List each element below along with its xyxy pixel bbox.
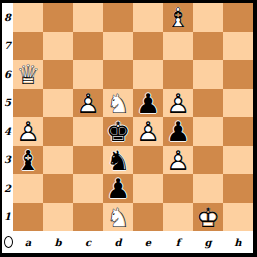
file-label-d: d	[103, 237, 133, 248]
black-piece-glyph: ♟	[136, 89, 160, 116]
board-row: 87654321 ♝♗♛♕♟♙♞♘♟♟♙♟♙♚♟♙♟♝♞♟♙♟♞♘♚♔	[2, 3, 253, 231]
rank-label-3: 3	[2, 146, 13, 175]
square-b8[interactable]	[43, 3, 73, 32]
piece-black-bishop-a3[interactable]: ♝	[13, 146, 43, 175]
square-d7[interactable]	[103, 32, 133, 61]
black-piece-glyph: ♟	[166, 118, 190, 145]
rank-label-1: 1	[2, 203, 13, 232]
piece-black-king-d4[interactable]: ♚	[103, 117, 133, 146]
rank-label-7: 7	[2, 32, 13, 61]
square-c2[interactable]	[73, 174, 103, 203]
bottom-row: abcdefgh	[2, 231, 253, 253]
square-b4[interactable]	[43, 117, 73, 146]
square-c6[interactable]	[73, 60, 103, 89]
square-h7[interactable]	[223, 32, 253, 61]
square-d4[interactable]: ♚	[103, 117, 133, 146]
white-piece-outline: ♙	[76, 89, 100, 116]
rank-label-5: 5	[2, 89, 13, 118]
square-b3[interactable]	[43, 146, 73, 175]
square-h3[interactable]	[223, 146, 253, 175]
piece-black-pawn-f4[interactable]: ♟	[163, 117, 193, 146]
file-label-c: c	[73, 237, 103, 248]
white-piece-outline: ♘	[106, 89, 130, 116]
square-g1[interactable]: ♚♔	[193, 203, 223, 232]
square-d3[interactable]: ♞	[103, 146, 133, 175]
square-d6[interactable]	[103, 60, 133, 89]
piece-black-pawn-d2[interactable]: ♟	[103, 174, 133, 203]
square-d1[interactable]: ♞♘	[103, 203, 133, 232]
square-a8[interactable]	[13, 3, 43, 32]
square-b7[interactable]	[43, 32, 73, 61]
piece-white-knight-d5[interactable]: ♞♘	[103, 89, 133, 118]
white-piece-outline: ♗	[166, 4, 190, 31]
white-piece-outline: ♙	[136, 118, 160, 145]
file-label-a: a	[13, 237, 43, 248]
white-piece-outline: ♙	[166, 89, 190, 116]
file-label-f: f	[163, 237, 193, 248]
square-c7[interactable]	[73, 32, 103, 61]
square-g6[interactable]	[193, 60, 223, 89]
piece-black-knight-d3[interactable]: ♞	[103, 146, 133, 175]
side-to-move-indicator	[4, 236, 13, 248]
white-piece-outline: ♘	[106, 203, 130, 230]
square-e5[interactable]: ♟	[133, 89, 163, 118]
square-g7[interactable]	[193, 32, 223, 61]
file-label-e: e	[133, 237, 163, 248]
square-f6[interactable]	[163, 60, 193, 89]
square-d5[interactable]: ♞♘	[103, 89, 133, 118]
square-a5[interactable]	[13, 89, 43, 118]
square-g8[interactable]	[193, 3, 223, 32]
square-b2[interactable]	[43, 174, 73, 203]
piece-white-pawn-f3[interactable]: ♟♙	[163, 146, 193, 175]
square-e1[interactable]	[133, 203, 163, 232]
chess-board: ♝♗♛♕♟♙♞♘♟♟♙♟♙♚♟♙♟♝♞♟♙♟♞♘♚♔	[13, 3, 253, 231]
square-c3[interactable]	[73, 146, 103, 175]
square-h5[interactable]	[223, 89, 253, 118]
piece-white-pawn-f5[interactable]: ♟♙	[163, 89, 193, 118]
square-e2[interactable]	[133, 174, 163, 203]
square-a4[interactable]: ♟♙	[13, 117, 43, 146]
square-g5[interactable]	[193, 89, 223, 118]
square-g2[interactable]	[193, 174, 223, 203]
piece-black-pawn-e5[interactable]: ♟	[133, 89, 163, 118]
rank-label-2: 2	[2, 174, 13, 203]
piece-white-pawn-e4[interactable]: ♟♙	[133, 117, 163, 146]
square-e6[interactable]	[133, 60, 163, 89]
file-label-g: g	[193, 237, 223, 248]
square-f2[interactable]	[163, 174, 193, 203]
piece-white-pawn-c5[interactable]: ♟♙	[73, 89, 103, 118]
square-b1[interactable]	[43, 203, 73, 232]
square-e4[interactable]: ♟♙	[133, 117, 163, 146]
square-h6[interactable]	[223, 60, 253, 89]
square-d8[interactable]	[103, 3, 133, 32]
rank-label-6: 6	[2, 60, 13, 89]
piece-white-queen-a6[interactable]: ♛♕	[13, 60, 43, 89]
black-piece-glyph: ♞	[106, 146, 130, 173]
square-f5[interactable]: ♟♙	[163, 89, 193, 118]
file-labels: abcdefgh	[13, 237, 253, 248]
square-c4[interactable]	[73, 117, 103, 146]
square-a3[interactable]: ♝	[13, 146, 43, 175]
square-f4[interactable]: ♟	[163, 117, 193, 146]
white-piece-outline: ♙	[166, 146, 190, 173]
square-a7[interactable]	[13, 32, 43, 61]
rank-labels: 87654321	[2, 3, 13, 231]
square-h1[interactable]	[223, 203, 253, 232]
square-h2[interactable]	[223, 174, 253, 203]
square-c5[interactable]: ♟♙	[73, 89, 103, 118]
chess-diagram: 87654321 ♝♗♛♕♟♙♞♘♟♟♙♟♙♚♟♙♟♝♞♟♙♟♞♘♚♔ abcd…	[0, 0, 257, 257]
file-label-b: b	[43, 237, 73, 248]
piece-white-pawn-a4[interactable]: ♟♙	[13, 117, 43, 146]
rank-label-4: 4	[2, 117, 13, 146]
square-f8[interactable]: ♝♗	[163, 3, 193, 32]
square-e7[interactable]	[133, 32, 163, 61]
square-c1[interactable]	[73, 203, 103, 232]
square-f1[interactable]	[163, 203, 193, 232]
square-a6[interactable]: ♛♕	[13, 60, 43, 89]
square-b5[interactable]	[43, 89, 73, 118]
square-b6[interactable]	[43, 60, 73, 89]
piece-white-bishop-f8[interactable]: ♝♗	[163, 3, 193, 32]
square-c8[interactable]	[73, 3, 103, 32]
square-g4[interactable]	[193, 117, 223, 146]
white-piece-outline: ♔	[196, 203, 220, 230]
square-e3[interactable]	[133, 146, 163, 175]
piece-white-king-g1[interactable]: ♚♔	[193, 203, 223, 232]
square-d2[interactable]: ♟	[103, 174, 133, 203]
square-h4[interactable]	[223, 117, 253, 146]
square-h8[interactable]	[223, 3, 253, 32]
black-piece-glyph: ♚	[106, 118, 130, 145]
square-a2[interactable]	[13, 174, 43, 203]
square-f3[interactable]: ♟♙	[163, 146, 193, 175]
black-piece-glyph: ♝	[16, 146, 40, 173]
file-label-h: h	[223, 237, 253, 248]
square-a1[interactable]	[13, 203, 43, 232]
white-piece-outline: ♕	[16, 61, 40, 88]
square-e8[interactable]	[133, 3, 163, 32]
white-piece-outline: ♙	[16, 118, 40, 145]
rank-label-8: 8	[2, 3, 13, 32]
piece-white-knight-d1[interactable]: ♞♘	[103, 203, 133, 232]
indicator-cell	[2, 231, 13, 253]
square-g3[interactable]	[193, 146, 223, 175]
square-f7[interactable]	[163, 32, 193, 61]
black-piece-glyph: ♟	[106, 175, 130, 202]
